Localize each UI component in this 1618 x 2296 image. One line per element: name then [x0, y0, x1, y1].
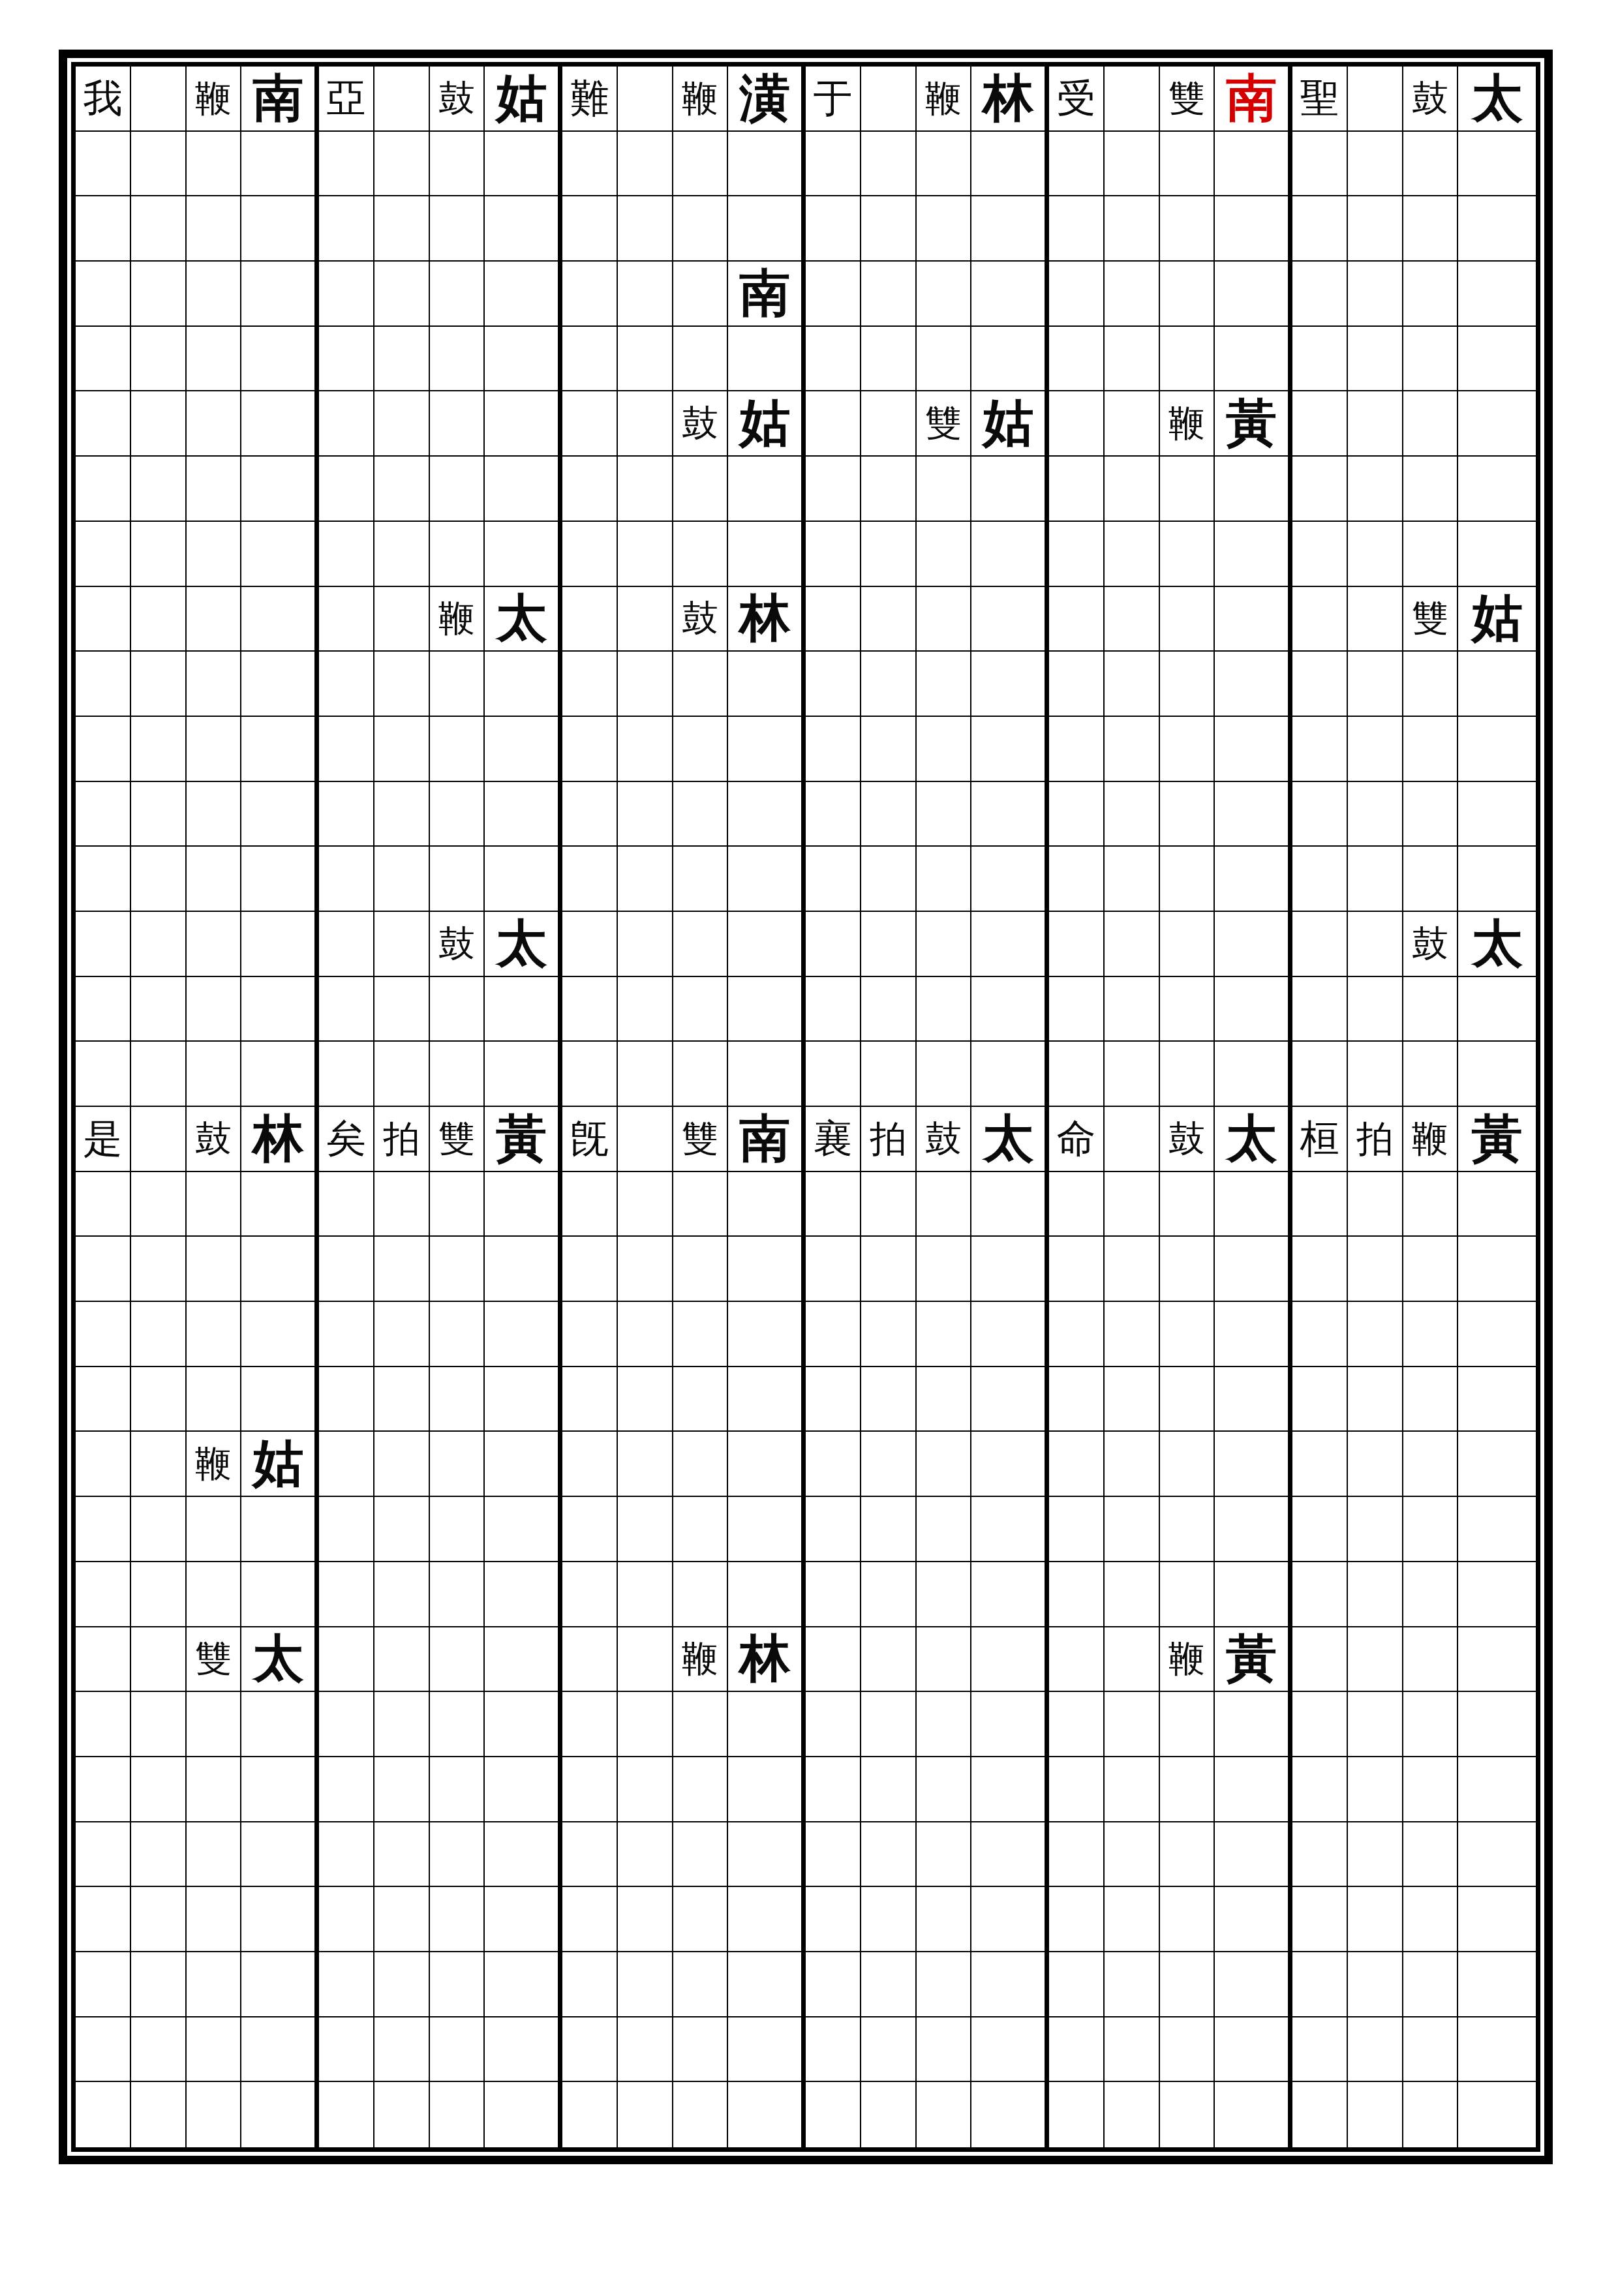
- jeonggan-cell: [1049, 1822, 1105, 1888]
- jeonggan-cell: [76, 457, 131, 522]
- jeonggan-cell: [187, 1887, 242, 1952]
- jeonggan-cell: [562, 1757, 618, 1822]
- jeonggan-cell: 鞭: [187, 67, 242, 132]
- jeonggan-cell: [319, 1302, 374, 1367]
- jeonggan-cell: [1292, 1042, 1348, 1107]
- jeonggan-cell: [1105, 977, 1160, 1042]
- jeonggan-cell: [1049, 2082, 1105, 2147]
- jeonggan-cell: [485, 1497, 562, 1562]
- jeonggan-cell: [374, 1432, 430, 1497]
- jeonggan-cell: [971, 1757, 1049, 1822]
- jeonggan-cell: [562, 977, 618, 1042]
- jeonggan-cell: [1160, 1302, 1215, 1367]
- jeonggan-cell: [1049, 977, 1105, 1042]
- jeonggan-cell: [76, 1627, 131, 1693]
- jeonggan-cell: [673, 196, 729, 262]
- janggu-stroke-mark: 鼓: [1412, 926, 1448, 962]
- jeonggan-cell: [1215, 717, 1292, 782]
- jeonggan-cell: [319, 1367, 374, 1432]
- jeonggan-cell: [187, 587, 242, 652]
- jeonggan-cell: [1348, 1562, 1403, 1627]
- jeonggan-cell: [917, 1042, 972, 1107]
- jeonggan-cell: [1458, 1237, 1536, 1302]
- jeonggan-cell: [673, 1367, 729, 1432]
- jeonggan-cell: [1049, 196, 1105, 262]
- jeonggan-cell: [971, 717, 1049, 782]
- jeonggan-cell: [76, 847, 131, 912]
- jeonggan-cell: [319, 196, 374, 262]
- jeonggan-cell: [1458, 1302, 1536, 1367]
- jeonggan-cell: [971, 1367, 1049, 1432]
- jeonggan-cell: [861, 327, 917, 392]
- jeonggan-cell: [1105, 1497, 1160, 1562]
- jeonggan-cell: [76, 1692, 131, 1757]
- jeonggan-cell: [673, 847, 729, 912]
- janggu-stroke-mark: 雙: [1168, 80, 1205, 117]
- janggu-stroke-mark: 鞭: [1168, 405, 1205, 442]
- jeonggan-cell: [562, 1367, 618, 1432]
- jeonggan-cell: [241, 587, 319, 652]
- pitch-name: 姑: [739, 398, 790, 449]
- pitch-name: 南: [252, 73, 303, 124]
- jeonggan-cell: [187, 327, 242, 392]
- jeonggan-cell: [430, 1497, 485, 1562]
- janggu-stroke-mark: 鞭: [438, 600, 475, 637]
- jeonggan-cell: [673, 2082, 729, 2147]
- jeonggan-cell: [562, 1497, 618, 1562]
- lyric-syllable: 旣: [570, 1119, 609, 1158]
- jeonggan-cell: [1105, 652, 1160, 717]
- jeonggan-cell: [1215, 847, 1292, 912]
- jeonggan-cell: 襄: [806, 1107, 861, 1172]
- jeonggan-cell: [131, 587, 187, 652]
- jeonggan-cell: [76, 522, 131, 587]
- jeonggan-cell: [1292, 1692, 1348, 1757]
- jeonggan-cell: [1215, 1172, 1292, 1237]
- jeonggan-cell: [971, 196, 1049, 262]
- jeonggan-cell: [1160, 1172, 1215, 1237]
- jeonggan-cell: [374, 1562, 430, 1627]
- jeonggan-cell: [1403, 391, 1459, 457]
- jeonggan-cell: [806, 847, 861, 912]
- jeonggan-cell: [485, 977, 562, 1042]
- jeonggan-cell: 鼓: [1403, 67, 1459, 132]
- jeonggan-cell: [241, 1822, 319, 1888]
- jeonggan-cell: [1105, 522, 1160, 587]
- jeonggan-cell: [485, 1822, 562, 1888]
- jeonggan-cell: [76, 1042, 131, 1107]
- jeonggan-cell: [485, 327, 562, 392]
- jeonggan-cell: [1105, 1237, 1160, 1302]
- jeonggan-cell: [1105, 1562, 1160, 1627]
- jeonggan-cell: [485, 1237, 562, 1302]
- jeonggan-cell: [806, 1887, 861, 1952]
- jeonggan-cell: [1292, 1302, 1348, 1367]
- jeonggan-cell: [319, 1562, 374, 1627]
- jeonggan-cell: [1403, 1562, 1459, 1627]
- jeonggan-cell: [430, 1237, 485, 1302]
- jeonggan-cell: [562, 652, 618, 717]
- jeonggan-cell: [76, 1887, 131, 1952]
- jeonggan-cell: 雙: [917, 391, 972, 457]
- jeonggan-cell: [131, 1367, 187, 1432]
- jeonggan-cell: [76, 132, 131, 197]
- jeonggan-cell: [1292, 522, 1348, 587]
- jeonggan-cell: [1292, 327, 1348, 392]
- jeonggan-cell: [1160, 847, 1215, 912]
- jeonggan-cell: [971, 1172, 1049, 1237]
- jeonggan-cell: [187, 1562, 242, 1627]
- jeonggan-cell: [1403, 196, 1459, 262]
- jeonggan-cell: [319, 1757, 374, 1822]
- jeonggan-cell: 黃: [485, 1107, 562, 1172]
- jeonggan-cell: [618, 67, 673, 132]
- jeonggan-cell: [1348, 262, 1403, 327]
- jeonggan-cell: [430, 1042, 485, 1107]
- jeonggan-cell: [917, 1952, 972, 2017]
- jeonggan-cell: [76, 262, 131, 327]
- jeonggan-cell: [1049, 2017, 1105, 2083]
- jeonggan-cell: [728, 1562, 806, 1627]
- jeonggan-cell: 鞭: [187, 1432, 242, 1497]
- jeonggan-cell: [1215, 1497, 1292, 1562]
- jeonggan-cell: [618, 1497, 673, 1562]
- jeonggan-cell: [1105, 457, 1160, 522]
- jeonggan-cell: [806, 1042, 861, 1107]
- jeonggan-cell: [319, 1237, 374, 1302]
- janggu-stroke-mark: 鞭: [682, 80, 718, 117]
- jeonggan-cell: [1049, 1042, 1105, 1107]
- jeonggan-cell: [1160, 522, 1215, 587]
- jeonggan-cell: [1049, 847, 1105, 912]
- jeonggan-cell: [1403, 1237, 1459, 1302]
- jeonggan-cell: [861, 1302, 917, 1367]
- janggu-stroke-mark: 雙: [682, 1121, 718, 1157]
- jeonggan-cell: [806, 196, 861, 262]
- jeonggan-cell: [1160, 1887, 1215, 1952]
- jeonggan-cell: [1049, 782, 1105, 847]
- jeonggan-cell: [971, 1042, 1049, 1107]
- jeonggan-cell: [241, 847, 319, 912]
- jeonggan-cell: [1403, 1887, 1459, 1952]
- jeonggan-cell: [1403, 522, 1459, 587]
- jeonggan-cell: [618, 652, 673, 717]
- jeonggan-cell: [917, 132, 972, 197]
- jeonggan-cell: [806, 1172, 861, 1237]
- jeonggan-cell: [728, 1172, 806, 1237]
- jeonggan-cell: [319, 587, 374, 652]
- jeonggan-cell: [485, 1172, 562, 1237]
- jeonggan-cell: [131, 262, 187, 327]
- jeonggan-cell: 鼓: [673, 587, 729, 652]
- jeonggan-cell: [1292, 847, 1348, 912]
- jeonggan-cell: [131, 2082, 187, 2147]
- jeonggan-cell: [1215, 1432, 1292, 1497]
- jeonggan-cell: 鞭: [1160, 1627, 1215, 1693]
- jeonggan-cell: [673, 1952, 729, 2017]
- jeonggan-cell: 姑: [241, 1432, 319, 1497]
- jeonggan-cell: [1292, 132, 1348, 197]
- jeonggan-cell: [1049, 587, 1105, 652]
- jeonggan-cell: [562, 132, 618, 197]
- jeonggan-cell: [319, 1887, 374, 1952]
- lyric-syllable: 矣: [326, 1119, 365, 1158]
- jeonggan-cell: [1403, 1692, 1459, 1757]
- jeonggan-cell: [618, 196, 673, 262]
- jeonggan-cell: [430, 196, 485, 262]
- jeonggan-cell: [728, 912, 806, 977]
- jeonggan-cell: [728, 977, 806, 1042]
- jeonggan-cell: [1215, 1562, 1292, 1627]
- jeonggan-cell: [1403, 1952, 1459, 2017]
- jeonggan-cell: [187, 522, 242, 587]
- jeonggan-cell: 拍: [1348, 1107, 1403, 1172]
- jeonggan-cell: [374, 717, 430, 782]
- bak-clapper-mark: 拍: [383, 1121, 420, 1157]
- jeonggan-cell: [1049, 1952, 1105, 2017]
- jeonggan-cell: [917, 652, 972, 717]
- jeonggan-cell: [673, 327, 729, 392]
- jeonggan-cell: [673, 652, 729, 717]
- jeonggan-cell: [1105, 912, 1160, 977]
- jeonggan-cell: [1160, 196, 1215, 262]
- jeonggan-cell: [673, 1432, 729, 1497]
- jeonggan-cell: [76, 1172, 131, 1237]
- jeonggan-cell: [728, 717, 806, 782]
- jeonggan-cell: [1403, 1172, 1459, 1237]
- jeonggan-cell: [971, 912, 1049, 977]
- jeonggan-cell: [971, 1302, 1049, 1367]
- jeonggan-cell: [618, 587, 673, 652]
- jeonggan-cell: [562, 1952, 618, 2017]
- jeonggan-cell: [241, 457, 319, 522]
- jeonggan-cell: [1105, 782, 1160, 847]
- jeonggan-cell: [618, 1952, 673, 2017]
- jeonggan-cell: [1292, 1757, 1348, 1822]
- jeonggan-cell: [673, 977, 729, 1042]
- jeonggan-cell: [806, 1367, 861, 1432]
- jeonggan-cell: [971, 1237, 1049, 1302]
- jeonggan-cell: [917, 2082, 972, 2147]
- jeonggan-cell: [1105, 132, 1160, 197]
- jeonggan-cell: [1348, 1952, 1403, 2017]
- jeonggan-cell: [1403, 1822, 1459, 1888]
- jeonggan-cell: [1292, 652, 1348, 717]
- jeonggan-cell: [618, 1432, 673, 1497]
- jeonggan-cell: 太: [241, 1627, 319, 1693]
- jeonggan-cell: [485, 457, 562, 522]
- jeonggan-cell: [131, 1042, 187, 1107]
- jeonggan-cell: [187, 847, 242, 912]
- lyric-syllable: 是: [83, 1119, 122, 1158]
- jeonggan-cell: [319, 2017, 374, 2083]
- jeonggan-cell: [485, 1887, 562, 1952]
- jeonggan-cell: [76, 196, 131, 262]
- jeonggan-cell: [1348, 717, 1403, 782]
- jeonggan-cell: [1105, 1692, 1160, 1757]
- bak-clapper-mark: 拍: [1356, 1121, 1393, 1157]
- jeonggan-cell: [1348, 132, 1403, 197]
- jeonggan-cell: [1458, 1692, 1536, 1757]
- jeonggan-cell: [485, 391, 562, 457]
- jeonggan-cell: [430, 977, 485, 1042]
- jeonggan-cell: [917, 1367, 972, 1432]
- jeonggan-cell: [861, 1692, 917, 1757]
- jeonggan-cell: [187, 1497, 242, 1562]
- jeonggan-cell: [374, 391, 430, 457]
- jeonggan-cell: [1160, 1952, 1215, 2017]
- jeonggan-cell: [861, 522, 917, 587]
- jeonggan-cell: [241, 1757, 319, 1822]
- jeonggan-cell: [1215, 1692, 1292, 1757]
- jeonggan-cell: [1292, 1237, 1348, 1302]
- jeonggan-cell: [1348, 1887, 1403, 1952]
- jeonggan-cell: 鞭: [673, 1627, 729, 1693]
- jeonggan-cell: [131, 67, 187, 132]
- jeonggan-cell: [1049, 1562, 1105, 1627]
- jeonggan-cell: [1348, 1822, 1403, 1888]
- jeonggan-cell: [76, 2082, 131, 2147]
- jeonggan-cell: [1292, 587, 1348, 652]
- jeonggan-cell: [430, 457, 485, 522]
- jeonggan-cell: [1403, 2082, 1459, 2147]
- jeonggan-cell: [917, 1302, 972, 1367]
- jeonggan-cell: [1105, 1432, 1160, 1497]
- jeonggan-cell: [187, 1042, 242, 1107]
- jeonggan-cell: [1105, 391, 1160, 457]
- jeonggan-cell: [1458, 652, 1536, 717]
- jeonggan-cell: [241, 391, 319, 457]
- jeonggan-cell: [1348, 391, 1403, 457]
- jeonggan-cell: [806, 1432, 861, 1497]
- jeonggan-cell: 姑: [1458, 587, 1536, 652]
- lyric-syllable: 我: [83, 79, 122, 118]
- jeonggan-cell: [319, 782, 374, 847]
- jeonggan-cell: [1215, 912, 1292, 977]
- jeonggan-cell: [1105, 1887, 1160, 1952]
- jeonggan-cell: [806, 1692, 861, 1757]
- jeonggan-cell: [618, 1757, 673, 1822]
- jeonggan-cell: [1160, 262, 1215, 327]
- pitch-name: 黃: [1226, 398, 1277, 449]
- jeonggan-cell: [728, 327, 806, 392]
- jeonggan-cell: 鼓: [1403, 912, 1459, 977]
- jeonggan-cell: [618, 1562, 673, 1627]
- jeonggan-cell: [562, 2082, 618, 2147]
- jeonggan-cell: [241, 1692, 319, 1757]
- jeonggan-cell: [1458, 1952, 1536, 2017]
- jeonggan-cell: 拍: [861, 1107, 917, 1172]
- jeonggan-cell: [917, 457, 972, 522]
- pitch-name: 南: [739, 268, 790, 319]
- jeonggan-cell: [241, 1237, 319, 1302]
- lyric-syllable: 桓: [1300, 1119, 1339, 1158]
- jeonggan-cell: [861, 1432, 917, 1497]
- jeonggan-cell: [241, 912, 319, 977]
- jeonggan-cell: [131, 1887, 187, 1952]
- jeonggan-cell: [1160, 2017, 1215, 2083]
- jeonggan-cell: [374, 522, 430, 587]
- jeonggan-cell: [1458, 196, 1536, 262]
- jeonggan-cell: [1049, 1627, 1105, 1693]
- jeonggan-cell: [1215, 262, 1292, 327]
- jeonggan-cell: [618, 717, 673, 782]
- jeonggan-cell: [1458, 1432, 1536, 1497]
- jeonggan-cell: [241, 782, 319, 847]
- inner-border-frame: 我鞭南亞鼓姑難鞭潢于鞭林受雙南聖鼓太南鼓姑雙姑鞭黃鞭太鼓林雙姑鼓太鼓太是鼓林矣拍…: [71, 62, 1540, 2152]
- jeonggan-cell: [319, 132, 374, 197]
- jeonggan-cell: [374, 327, 430, 392]
- jeonggan-cell: [618, 1627, 673, 1693]
- jeonggan-cell: [1215, 1757, 1292, 1822]
- jeonggan-cell: [131, 457, 187, 522]
- jeonggan-cell: [485, 1432, 562, 1497]
- jeonggan-cell: [374, 1497, 430, 1562]
- jeonggan-cell: 雙: [430, 1107, 485, 1172]
- jeonggan-cell: [673, 717, 729, 782]
- jeonggan-cell: [485, 522, 562, 587]
- jeonggan-cell: [1160, 457, 1215, 522]
- jeonggan-cell: [1403, 132, 1459, 197]
- jeonggan-cell: [131, 1497, 187, 1562]
- jeonggan-cell: [319, 1432, 374, 1497]
- jeonggan-cell: [806, 1497, 861, 1562]
- jeonggan-cell: [917, 2017, 972, 2083]
- jeonggan-cell: [374, 1367, 430, 1432]
- jeonggan-cell: [241, 327, 319, 392]
- jeonggan-cell: [1348, 587, 1403, 652]
- jeonggan-cell: [319, 1822, 374, 1888]
- jeonggan-cell: 姑: [728, 391, 806, 457]
- jeonggan-cell: [917, 262, 972, 327]
- jeonggan-cell: [485, 1042, 562, 1107]
- jeonggan-cell: [1049, 912, 1105, 977]
- jeonggan-cell: [806, 782, 861, 847]
- jeonggan-cell: [1403, 262, 1459, 327]
- jeonggan-cell: [131, 1237, 187, 1302]
- pitch-name: 太: [983, 1113, 1033, 1164]
- jeonggan-cell: [187, 652, 242, 717]
- jeonggan-cell: [485, 717, 562, 782]
- jeonggan-cell: [187, 912, 242, 977]
- jeonggan-cell: [374, 652, 430, 717]
- jeonggan-cell: [319, 652, 374, 717]
- pitch-name: 姑: [1472, 593, 1523, 644]
- jeonggan-cell: [917, 717, 972, 782]
- jeonggan-cell: 林: [971, 67, 1049, 132]
- jeonggan-cell: [1160, 652, 1215, 717]
- jeonggan-cell: [76, 1562, 131, 1627]
- jeonggan-cell: [1403, 2017, 1459, 2083]
- jeonggan-cell: [562, 391, 618, 457]
- jeonggan-cell: [728, 1822, 806, 1888]
- jeonggan-cell: [374, 2082, 430, 2147]
- jeonggan-cell: [618, 1172, 673, 1237]
- jeonggan-cell: [806, 132, 861, 197]
- jeonggan-cell: [1458, 1562, 1536, 1627]
- jeonggan-cell: [1348, 2082, 1403, 2147]
- jeonggan-cell: [1105, 1042, 1160, 1107]
- jeonggan-cell: [673, 782, 729, 847]
- jeonggan-cell: [1403, 327, 1459, 392]
- jeonggan-cell: [1160, 1822, 1215, 1888]
- jeonggan-cell: [374, 1822, 430, 1888]
- jeonggan-cell: [618, 2017, 673, 2083]
- jeonggan-cell: [187, 262, 242, 327]
- jeonggan-cell: [806, 2082, 861, 2147]
- jeonggan-cell: [1403, 1302, 1459, 1367]
- jeonggan-cell: [374, 912, 430, 977]
